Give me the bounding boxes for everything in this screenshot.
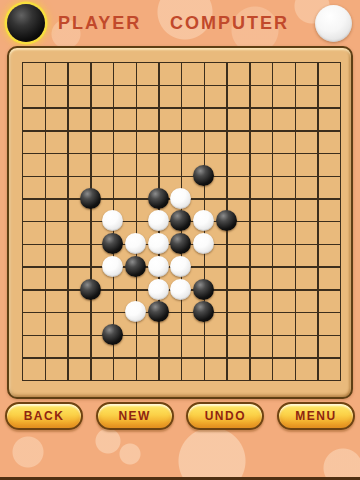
board-cell[interactable] <box>79 232 102 255</box>
board-cell <box>192 300 215 323</box>
board-cell[interactable] <box>56 346 79 369</box>
board-cell[interactable] <box>56 164 79 187</box>
white-stone <box>170 188 191 209</box>
white-stone <box>193 210 214 231</box>
board-cell <box>147 232 170 255</box>
board-cell[interactable] <box>11 164 34 187</box>
board-cell[interactable] <box>79 346 102 369</box>
board-cell[interactable] <box>170 119 193 142</box>
board-cell[interactable] <box>124 141 147 164</box>
board-cell[interactable] <box>147 141 170 164</box>
board-cell[interactable] <box>329 73 352 96</box>
board-cell[interactable] <box>33 73 56 96</box>
board-cell[interactable] <box>238 141 261 164</box>
board-cell[interactable] <box>147 119 170 142</box>
board-cell <box>192 232 215 255</box>
board-cell[interactable] <box>283 96 306 119</box>
board-cell[interactable] <box>238 323 261 346</box>
white-stone <box>148 210 169 231</box>
white-stone <box>125 233 146 254</box>
board-cell[interactable] <box>238 210 261 233</box>
board-cell[interactable] <box>56 119 79 142</box>
black-stone <box>148 301 169 322</box>
board-cell[interactable] <box>33 278 56 301</box>
board-cell[interactable] <box>101 96 124 119</box>
board-cell[interactable] <box>11 51 34 74</box>
board-cell[interactable] <box>238 300 261 323</box>
board-cell[interactable] <box>147 73 170 96</box>
new-button[interactable]: NEW <box>96 402 174 430</box>
board-cell <box>124 300 147 323</box>
board-cell[interactable] <box>260 141 283 164</box>
gomoku-app: { "game": "gomoku (five-in-a-row) on a 1… <box>0 0 360 480</box>
board-cell[interactable] <box>306 255 329 278</box>
board-cell[interactable] <box>56 323 79 346</box>
board-cell <box>192 210 215 233</box>
board-cell[interactable] <box>124 210 147 233</box>
board-cell[interactable] <box>215 278 238 301</box>
board-cell[interactable] <box>306 119 329 142</box>
board-cell[interactable] <box>56 369 79 392</box>
board-cell[interactable] <box>11 346 34 369</box>
board-cell[interactable] <box>101 300 124 323</box>
board-cell[interactable] <box>79 141 102 164</box>
board-cell <box>170 210 193 233</box>
board-cell <box>101 323 124 346</box>
board-cell[interactable] <box>56 96 79 119</box>
board-cell[interactable] <box>79 96 102 119</box>
board-cell[interactable] <box>329 346 352 369</box>
board-cell[interactable] <box>329 255 352 278</box>
board-cell[interactable] <box>306 141 329 164</box>
board-cell[interactable] <box>238 278 261 301</box>
board-cell[interactable] <box>329 369 352 392</box>
board-cell <box>101 210 124 233</box>
white-stone <box>170 256 191 277</box>
game-board <box>7 46 353 399</box>
board-cell[interactable] <box>101 369 124 392</box>
board-cell <box>79 187 102 210</box>
header: PLAYER COMPUTER <box>0 0 360 46</box>
board-cell[interactable] <box>215 96 238 119</box>
board-cell[interactable] <box>329 119 352 142</box>
board-cell[interactable] <box>260 73 283 96</box>
black-stone <box>148 188 169 209</box>
board-cell[interactable] <box>147 164 170 187</box>
board-cell[interactable] <box>11 232 34 255</box>
board-cell[interactable] <box>56 232 79 255</box>
board-cell[interactable] <box>329 51 352 74</box>
board-cell[interactable] <box>329 210 352 233</box>
black-stone <box>102 233 123 254</box>
board-cell <box>192 164 215 187</box>
board-cell[interactable] <box>283 141 306 164</box>
board-cell[interactable] <box>101 51 124 74</box>
board-cell[interactable] <box>79 164 102 187</box>
board-cell[interactable] <box>33 187 56 210</box>
board-cell[interactable] <box>56 187 79 210</box>
board-cell[interactable] <box>329 164 352 187</box>
board-cell[interactable] <box>283 232 306 255</box>
white-stone <box>148 256 169 277</box>
board-cell[interactable] <box>147 346 170 369</box>
board-cell[interactable] <box>124 346 147 369</box>
menu-button[interactable]: MENU <box>277 402 355 430</box>
board-cell[interactable] <box>170 369 193 392</box>
board-cell[interactable] <box>215 369 238 392</box>
black-stone <box>193 279 214 300</box>
board-cell[interactable] <box>11 369 34 392</box>
board-cell[interactable] <box>306 323 329 346</box>
board-cell[interactable] <box>170 96 193 119</box>
board-cell[interactable] <box>56 51 79 74</box>
board-cell[interactable] <box>306 51 329 74</box>
board-cell <box>101 255 124 278</box>
board-cell <box>215 210 238 233</box>
board-cell[interactable] <box>238 369 261 392</box>
board-cell[interactable] <box>260 255 283 278</box>
board-cell[interactable] <box>306 73 329 96</box>
board-cell <box>170 187 193 210</box>
board-cell[interactable] <box>79 323 102 346</box>
board-cell[interactable] <box>215 119 238 142</box>
board-cell[interactable] <box>260 369 283 392</box>
board-cell[interactable] <box>260 346 283 369</box>
board-cell[interactable] <box>170 346 193 369</box>
board-cell[interactable] <box>192 51 215 74</box>
board-cell[interactable] <box>33 164 56 187</box>
board-cell[interactable] <box>124 119 147 142</box>
board-cell <box>79 278 102 301</box>
board-cell <box>124 232 147 255</box>
board-cell[interactable] <box>283 164 306 187</box>
board-cell[interactable] <box>170 300 193 323</box>
board-cell[interactable] <box>124 51 147 74</box>
board-cell[interactable] <box>11 119 34 142</box>
board-cell[interactable] <box>170 323 193 346</box>
board-cell[interactable] <box>238 51 261 74</box>
board-cell[interactable] <box>306 346 329 369</box>
board-cell[interactable] <box>192 369 215 392</box>
toolbar: BACK NEW UNDO MENU <box>0 402 360 430</box>
board-cell[interactable] <box>260 51 283 74</box>
board-cell[interactable] <box>192 141 215 164</box>
board-cell[interactable] <box>283 210 306 233</box>
undo-button[interactable]: UNDO <box>186 402 264 430</box>
board-cell[interactable] <box>192 96 215 119</box>
board-cell[interactable] <box>101 141 124 164</box>
board-cell[interactable] <box>260 323 283 346</box>
board-cell <box>147 255 170 278</box>
board-cell[interactable] <box>56 73 79 96</box>
board-cell[interactable] <box>124 164 147 187</box>
board-cell[interactable] <box>238 346 261 369</box>
board-cell[interactable] <box>11 96 34 119</box>
white-stone <box>125 301 146 322</box>
board-cell[interactable] <box>56 278 79 301</box>
board-cell[interactable] <box>260 164 283 187</box>
board-cell[interactable] <box>192 346 215 369</box>
board-cell[interactable] <box>306 210 329 233</box>
board-cell[interactable] <box>260 119 283 142</box>
board-cell[interactable] <box>329 96 352 119</box>
black-stone <box>170 233 191 254</box>
board-cell[interactable] <box>11 300 34 323</box>
board-cell[interactable] <box>56 255 79 278</box>
white-stone <box>170 279 191 300</box>
board-cell[interactable] <box>238 119 261 142</box>
board-cell <box>170 278 193 301</box>
board-cell[interactable] <box>33 300 56 323</box>
board-cell[interactable] <box>56 300 79 323</box>
board-cell[interactable] <box>329 300 352 323</box>
board-cell[interactable] <box>329 323 352 346</box>
board-cell[interactable] <box>260 210 283 233</box>
board-cell[interactable] <box>147 369 170 392</box>
board-cell[interactable] <box>147 51 170 74</box>
board-cell[interactable] <box>283 73 306 96</box>
board-cell[interactable] <box>101 278 124 301</box>
board-cell <box>147 300 170 323</box>
board-cell[interactable] <box>33 51 56 74</box>
board-cell[interactable] <box>147 323 170 346</box>
board-cell[interactable] <box>283 323 306 346</box>
board-cell[interactable] <box>124 73 147 96</box>
board-cell[interactable] <box>238 187 261 210</box>
board-grid <box>11 51 352 392</box>
board-cell[interactable] <box>11 323 34 346</box>
board-cell[interactable] <box>329 232 352 255</box>
board-cell[interactable] <box>101 73 124 96</box>
board-cell[interactable] <box>11 278 34 301</box>
board-cell[interactable] <box>170 73 193 96</box>
board-cell[interactable] <box>283 255 306 278</box>
board-cell[interactable] <box>283 119 306 142</box>
board-cell[interactable] <box>147 96 170 119</box>
board-cell[interactable] <box>192 255 215 278</box>
board-cell[interactable] <box>192 187 215 210</box>
board-cell[interactable] <box>124 187 147 210</box>
board-cell[interactable] <box>306 187 329 210</box>
black-stone <box>102 324 123 345</box>
board-cell[interactable] <box>306 369 329 392</box>
board-cell <box>147 210 170 233</box>
board-cell[interactable] <box>238 164 261 187</box>
black-stone <box>193 301 214 322</box>
board-cell[interactable] <box>260 278 283 301</box>
board-cell[interactable] <box>192 119 215 142</box>
board-cell[interactable] <box>33 232 56 255</box>
board-cell[interactable] <box>56 141 79 164</box>
board-cell[interactable] <box>260 300 283 323</box>
player-stone-icon <box>7 4 45 42</box>
board-cell <box>124 255 147 278</box>
white-stone <box>193 233 214 254</box>
black-stone <box>80 279 101 300</box>
board-cell[interactable] <box>56 210 79 233</box>
board-cell[interactable] <box>79 119 102 142</box>
board-cell[interactable] <box>283 187 306 210</box>
board-cell[interactable] <box>283 346 306 369</box>
board-cell <box>101 232 124 255</box>
board-cell[interactable] <box>215 51 238 74</box>
board-cell[interactable] <box>260 96 283 119</box>
board-cell[interactable] <box>11 141 34 164</box>
board-cell <box>192 278 215 301</box>
board-cell[interactable] <box>11 255 34 278</box>
white-stone <box>102 210 123 231</box>
back-button[interactable]: BACK <box>5 402 83 430</box>
board-cell[interactable] <box>260 187 283 210</box>
board-cell[interactable] <box>215 73 238 96</box>
board-cell[interactable] <box>11 73 34 96</box>
board-cell[interactable] <box>101 119 124 142</box>
board-cell[interactable] <box>124 323 147 346</box>
board-cell[interactable] <box>33 323 56 346</box>
board-cell[interactable] <box>33 346 56 369</box>
board-cell[interactable] <box>306 164 329 187</box>
board-cell[interactable] <box>101 164 124 187</box>
white-stone <box>148 279 169 300</box>
board-cell[interactable] <box>215 141 238 164</box>
board-cell[interactable] <box>11 210 34 233</box>
board-cell[interactable] <box>283 369 306 392</box>
board-cell[interactable] <box>33 369 56 392</box>
board-cell[interactable] <box>11 187 34 210</box>
black-stone <box>216 210 237 231</box>
board-cell[interactable] <box>215 164 238 187</box>
black-stone <box>125 256 146 277</box>
board-cell[interactable] <box>238 96 261 119</box>
board-cell[interactable] <box>306 96 329 119</box>
player-label: PLAYER <box>58 13 141 34</box>
board-cell <box>170 255 193 278</box>
computer-label: COMPUTER <box>170 13 289 34</box>
board-cell[interactable] <box>215 255 238 278</box>
board-cell[interactable] <box>329 141 352 164</box>
board-cell[interactable] <box>329 187 352 210</box>
board-cell <box>147 187 170 210</box>
board-cell[interactable] <box>101 187 124 210</box>
board-cell <box>147 278 170 301</box>
computer-stone-icon <box>315 5 352 42</box>
board-cell[interactable] <box>215 232 238 255</box>
board-cell[interactable] <box>33 96 56 119</box>
board-cell[interactable] <box>215 187 238 210</box>
board-cell[interactable] <box>79 300 102 323</box>
board-cell[interactable] <box>306 232 329 255</box>
board-cell[interactable] <box>238 255 261 278</box>
board-cell[interactable] <box>79 51 102 74</box>
white-stone <box>148 233 169 254</box>
board-cell[interactable] <box>192 73 215 96</box>
board-cell[interactable] <box>124 369 147 392</box>
board-cell[interactable] <box>124 96 147 119</box>
board-cell[interactable] <box>79 255 102 278</box>
board-cell[interactable] <box>101 346 124 369</box>
white-stone <box>102 256 123 277</box>
board-cell[interactable] <box>306 278 329 301</box>
board-cell[interactable] <box>33 141 56 164</box>
board-cell[interactable] <box>170 51 193 74</box>
board-cell[interactable] <box>283 51 306 74</box>
board-cell[interactable] <box>283 300 306 323</box>
board-cell[interactable] <box>215 300 238 323</box>
board-cell[interactable] <box>260 232 283 255</box>
board-cell[interactable] <box>79 210 102 233</box>
board-cell[interactable] <box>33 255 56 278</box>
board-cell[interactable] <box>33 210 56 233</box>
board-cell[interactable] <box>79 73 102 96</box>
board-cell[interactable] <box>170 164 193 187</box>
board-cell[interactable] <box>306 300 329 323</box>
board-cell[interactable] <box>283 278 306 301</box>
board-cell[interactable] <box>79 369 102 392</box>
board-cell[interactable] <box>170 141 193 164</box>
board-cell[interactable] <box>238 73 261 96</box>
board-cell[interactable] <box>33 119 56 142</box>
board-cell[interactable] <box>329 278 352 301</box>
board-cell[interactable] <box>215 323 238 346</box>
board-cell[interactable] <box>215 346 238 369</box>
black-stone <box>193 165 214 186</box>
black-stone <box>80 188 101 209</box>
board-cell[interactable] <box>124 278 147 301</box>
board-cell[interactable] <box>238 232 261 255</box>
board-cell[interactable] <box>192 323 215 346</box>
black-stone <box>170 210 191 231</box>
board-cell <box>170 232 193 255</box>
